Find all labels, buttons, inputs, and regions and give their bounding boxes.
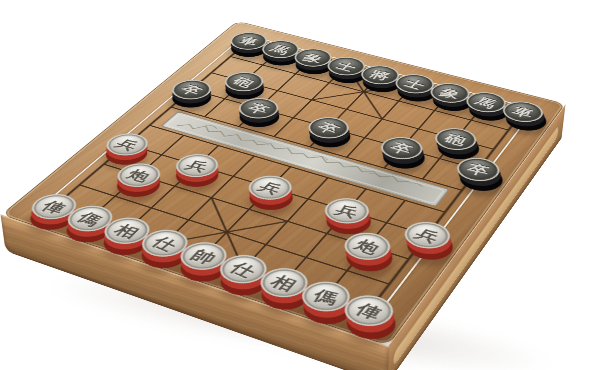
black-elephant-glyph: 象	[301, 52, 325, 64]
black-advisor-glyph: 士	[334, 60, 359, 73]
black-soldier-glyph: 卒	[178, 83, 205, 97]
red-soldier[interactable]: 兵	[168, 150, 226, 181]
black-soldier[interactable]: 卒	[301, 114, 355, 143]
red-elephant-glyph: 相	[268, 273, 300, 293]
black-chariot-glyph: 車	[237, 35, 261, 46]
red-soldier[interactable]: 兵	[317, 194, 376, 228]
red-soldier-glyph: 兵	[183, 158, 211, 173]
red-elephant[interactable]: 相	[252, 263, 316, 302]
black-horse-glyph: 馬	[473, 95, 499, 109]
red-advisor[interactable]: 仕	[211, 250, 274, 288]
black-soldier-glyph: 卒	[315, 120, 343, 135]
red-chariot[interactable]: 俥	[336, 290, 400, 331]
red-cannon[interactable]: 炮	[109, 159, 168, 191]
black-soldier[interactable]: 卒	[374, 133, 429, 163]
red-elephant-glyph: 相	[112, 222, 143, 240]
red-cannon-glyph: 炮	[124, 167, 153, 182]
black-soldier[interactable]: 卒	[165, 77, 218, 103]
red-horse[interactable]: 傌	[294, 277, 358, 317]
red-general[interactable]: 帥	[172, 238, 235, 275]
black-general-glyph: 將	[368, 69, 392, 81]
black-cannon[interactable]: 砲	[429, 124, 482, 153]
black-cannon-glyph: 砲	[443, 132, 469, 147]
red-soldier[interactable]: 兵	[398, 217, 457, 253]
black-horse-glyph: 馬	[268, 43, 293, 55]
red-general-glyph: 帥	[188, 247, 219, 266]
red-cannon[interactable]: 炮	[337, 228, 398, 265]
red-soldier[interactable]: 兵	[99, 130, 156, 160]
red-chariot[interactable]: 俥	[23, 190, 85, 224]
red-horse-glyph: 傌	[311, 287, 342, 306]
red-horse[interactable]: 傌	[59, 201, 121, 236]
black-soldier[interactable]: 卒	[232, 95, 286, 122]
red-soldier[interactable]: 兵	[241, 172, 299, 205]
red-cannon-glyph: 炮	[352, 237, 383, 256]
red-advisor-glyph: 仕	[227, 259, 260, 279]
red-soldier-glyph: 兵	[256, 179, 285, 195]
red-soldier-glyph: 兵	[412, 226, 442, 244]
red-chariot-glyph: 俥	[353, 300, 385, 321]
black-soldier-glyph: 卒	[245, 101, 272, 115]
black-elephant-glyph: 象	[438, 86, 463, 99]
red-advisor[interactable]: 仕	[133, 225, 196, 261]
black-soldier-glyph: 卒	[465, 162, 491, 177]
red-soldier-glyph: 兵	[333, 203, 361, 220]
black-chariot-glyph: 車	[510, 105, 535, 119]
red-elephant[interactable]: 相	[96, 213, 158, 249]
black-cannon-glyph: 砲	[231, 75, 258, 88]
product-photo-scene: 車馬象士將士象馬車砲砲卒卒卒卒卒兵兵兵兵兵炮炮俥傌相仕帥仕相傌俥	[0, 0, 600, 370]
red-chariot-glyph: 俥	[39, 198, 70, 215]
black-advisor-glyph: 士	[402, 77, 428, 90]
black-soldier-glyph: 卒	[388, 141, 415, 156]
black-cannon[interactable]: 砲	[218, 69, 270, 95]
red-soldier-glyph: 兵	[113, 137, 142, 152]
red-advisor-glyph: 仕	[149, 234, 181, 253]
black-soldier[interactable]: 卒	[451, 154, 506, 185]
red-horse-glyph: 傌	[74, 210, 105, 228]
